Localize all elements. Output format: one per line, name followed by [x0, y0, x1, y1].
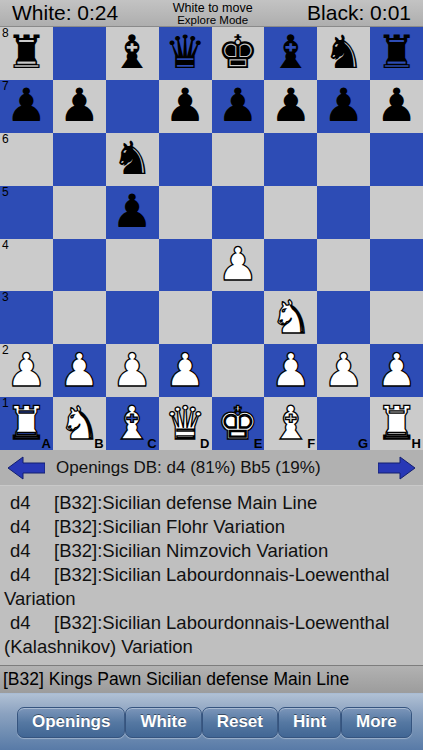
white-pawn: ♟	[217, 241, 258, 287]
square-g4[interactable]	[317, 239, 370, 292]
square-h3[interactable]	[370, 291, 423, 344]
openings-db-label: Openings DB: d4 (81%) Bb5 (19%)	[56, 458, 378, 478]
square-g8[interactable]: ♞	[317, 27, 370, 80]
opening-name: [B32]:Sicilian Flohr Variation	[54, 516, 285, 537]
black-rook: ♜	[376, 29, 417, 75]
file-label-d: D	[200, 437, 209, 451]
square-h4[interactable]	[370, 239, 423, 292]
file-label-b: B	[94, 437, 103, 451]
square-d6[interactable]	[159, 133, 212, 186]
file-label-a: A	[41, 437, 50, 451]
black-clock: Black: 0:01	[307, 1, 411, 25]
square-a4[interactable]: 4	[0, 239, 53, 292]
white-clock: White: 0:24	[12, 1, 118, 25]
square-c8[interactable]: ♝	[106, 27, 159, 80]
rank-label-8: 8	[2, 27, 9, 39]
black-pawn: ♟	[59, 82, 100, 128]
rank-label-7: 7	[2, 80, 9, 92]
black-bishop: ♝	[112, 29, 153, 75]
white-bishop: ♝	[270, 400, 311, 446]
black-knight: ♞	[323, 29, 364, 75]
square-e5[interactable]	[212, 186, 265, 239]
file-label-e: E	[254, 437, 263, 451]
white-pawn: ♟	[6, 347, 47, 393]
square-g5[interactable]	[317, 186, 370, 239]
opening-name: [B32]:Sicilian Labourdonnais-Loewenthal …	[4, 564, 389, 609]
rank-label-5: 5	[2, 186, 9, 198]
square-f6[interactable]	[264, 133, 317, 186]
square-a2[interactable]: ♟2	[0, 344, 53, 397]
white-knight: ♞	[270, 294, 311, 340]
square-d8[interactable]: ♛	[159, 27, 212, 80]
square-b8[interactable]	[53, 27, 106, 80]
square-e6[interactable]	[212, 133, 265, 186]
opening-row[interactable]: d4[B32]:Sicilian Labourdonnais-Loewentha…	[4, 563, 419, 611]
square-d3[interactable]	[159, 291, 212, 344]
black-bishop: ♝	[270, 29, 311, 75]
square-a5[interactable]: 5	[0, 186, 53, 239]
white-pawn: ♟	[376, 347, 417, 393]
square-b4[interactable]	[53, 239, 106, 292]
opening-row[interactable]: d4[B32]:Sicilian Labourdonnais-Loewentha…	[4, 611, 419, 659]
square-c3[interactable]	[106, 291, 159, 344]
white-pawn: ♟	[323, 347, 364, 393]
black-pawn: ♟	[376, 82, 417, 128]
square-h6[interactable]	[370, 133, 423, 186]
turn-status: White to move Explore Mode	[173, 1, 253, 26]
openings-list: d4[B32]:Sicilian defense Main Line d4[B3…	[0, 486, 423, 665]
square-b1[interactable]: ♞B	[53, 397, 106, 450]
black-knight: ♞	[112, 135, 153, 181]
next-openings-arrow-icon[interactable]	[378, 456, 416, 480]
rank-label-1: 1	[2, 397, 9, 409]
rank-label-2: 2	[2, 344, 9, 356]
white-king: ♚	[217, 400, 258, 446]
openings-button[interactable]: Openings	[17, 707, 125, 738]
file-label-h: H	[412, 437, 421, 451]
file-label-g: G	[358, 437, 368, 451]
openings-db-bar: Openings DB: d4 (81%) Bb5 (19%)	[0, 450, 423, 486]
chess-app: White: 0:24 White to move Explore Mode B…	[0, 0, 423, 750]
square-g2[interactable]: ♟	[317, 344, 370, 397]
square-d1[interactable]: ♛D	[159, 397, 212, 450]
opening-move: d4	[10, 611, 54, 635]
more-button[interactable]: More	[341, 707, 412, 738]
square-c5[interactable]: ♟	[106, 186, 159, 239]
square-b7[interactable]: ♟	[53, 80, 106, 133]
square-d5[interactable]	[159, 186, 212, 239]
black-rook: ♜	[6, 29, 47, 75]
square-e1[interactable]: ♚E	[212, 397, 265, 450]
square-h8[interactable]: ♜	[370, 27, 423, 80]
rank-label-4: 4	[2, 239, 9, 251]
black-pawn: ♟	[270, 82, 311, 128]
square-g7[interactable]: ♟	[317, 80, 370, 133]
black-king: ♚	[217, 29, 258, 75]
top-bar: White: 0:24 White to move Explore Mode B…	[0, 0, 423, 27]
white-pawn: ♟	[112, 347, 153, 393]
square-a3[interactable]: 3	[0, 291, 53, 344]
black-pawn: ♟	[164, 82, 205, 128]
square-f5[interactable]	[264, 186, 317, 239]
black-pawn: ♟	[6, 82, 47, 128]
file-label-c: C	[147, 437, 156, 451]
square-c2[interactable]: ♟	[106, 344, 159, 397]
square-f4[interactable]	[264, 239, 317, 292]
square-a7[interactable]: ♟7	[0, 80, 53, 133]
square-e8[interactable]: ♚	[212, 27, 265, 80]
rank-label-3: 3	[2, 291, 9, 303]
square-h7[interactable]: ♟	[370, 80, 423, 133]
square-f1[interactable]: ♝F	[264, 397, 317, 450]
square-e3[interactable]	[212, 291, 265, 344]
white-pawn: ♟	[59, 347, 100, 393]
square-h5[interactable]	[370, 186, 423, 239]
square-b6[interactable]	[53, 133, 106, 186]
square-d2[interactable]: ♟	[159, 344, 212, 397]
white-button[interactable]: White	[125, 707, 201, 738]
opening-move: d4	[10, 563, 54, 587]
square-a8[interactable]: ♜8	[0, 27, 53, 80]
reset-button[interactable]: Reset	[202, 707, 278, 738]
square-f2[interactable]: ♟	[264, 344, 317, 397]
square-e2[interactable]	[212, 344, 265, 397]
white-pawn: ♟	[164, 347, 205, 393]
white-pawn: ♟	[270, 347, 311, 393]
square-g1[interactable]: G	[317, 397, 370, 450]
square-a6[interactable]: 6	[0, 133, 53, 186]
black-queen: ♛	[164, 29, 205, 75]
square-c4[interactable]	[106, 239, 159, 292]
opening-move: d4	[10, 491, 54, 515]
opening-move: d4	[10, 515, 54, 539]
opening-status-bar: [B32] Kings Pawn Sicilian defense Main L…	[0, 665, 423, 693]
opening-name: [B32]:Sicilian defense Main Line	[54, 492, 317, 513]
hint-button[interactable]: Hint	[278, 707, 341, 738]
black-pawn: ♟	[112, 188, 153, 234]
square-g3[interactable]	[317, 291, 370, 344]
square-d4[interactable]	[159, 239, 212, 292]
square-d7[interactable]: ♟	[159, 80, 212, 133]
chess-board: ♜8♝♛♚♝♞♜♟7♟♟♟♟♟♟6♞5♟4♟3♞♟2♟♟♟♟♟♟♜1A♞B♝C♛…	[0, 27, 423, 450]
square-h2[interactable]: ♟	[370, 344, 423, 397]
square-c1[interactable]: ♝C	[106, 397, 159, 450]
square-f7[interactable]: ♟	[264, 80, 317, 133]
square-e7[interactable]: ♟	[212, 80, 265, 133]
file-label-f: F	[307, 437, 315, 451]
square-b5[interactable]	[53, 186, 106, 239]
turn-indicator: White to move	[173, 2, 253, 14]
square-h1[interactable]: ♜H	[370, 397, 423, 450]
square-e4[interactable]: ♟	[212, 239, 265, 292]
bottom-toolbar: Openings White Reset Hint More	[0, 693, 423, 750]
square-f8[interactable]: ♝	[264, 27, 317, 80]
square-f3[interactable]: ♞	[264, 291, 317, 344]
opening-row[interactable]: d4[B32]:Sicilian defense Main Line	[4, 491, 419, 515]
square-a1[interactable]: ♜1A	[0, 397, 53, 450]
prev-openings-arrow-icon[interactable]	[7, 456, 45, 480]
opening-row[interactable]: d4[B32]:Sicilian Flohr Variation	[4, 515, 419, 539]
black-pawn: ♟	[217, 82, 258, 128]
square-c6[interactable]: ♞	[106, 133, 159, 186]
mode-indicator: Explore Mode	[173, 14, 253, 26]
square-g6[interactable]	[317, 133, 370, 186]
opening-row[interactable]: d4[B32]:Sicilian Nimzovich Variation	[4, 539, 419, 563]
opening-move: d4	[10, 539, 54, 563]
opening-name: [B32]:Sicilian Nimzovich Variation	[54, 540, 328, 561]
opening-name: [B32]:Sicilian Labourdonnais-Loewenthal …	[4, 612, 389, 657]
rank-label-6: 6	[2, 133, 9, 145]
square-b2[interactable]: ♟	[53, 344, 106, 397]
black-pawn: ♟	[323, 82, 364, 128]
square-b3[interactable]	[53, 291, 106, 344]
square-c7[interactable]	[106, 80, 159, 133]
